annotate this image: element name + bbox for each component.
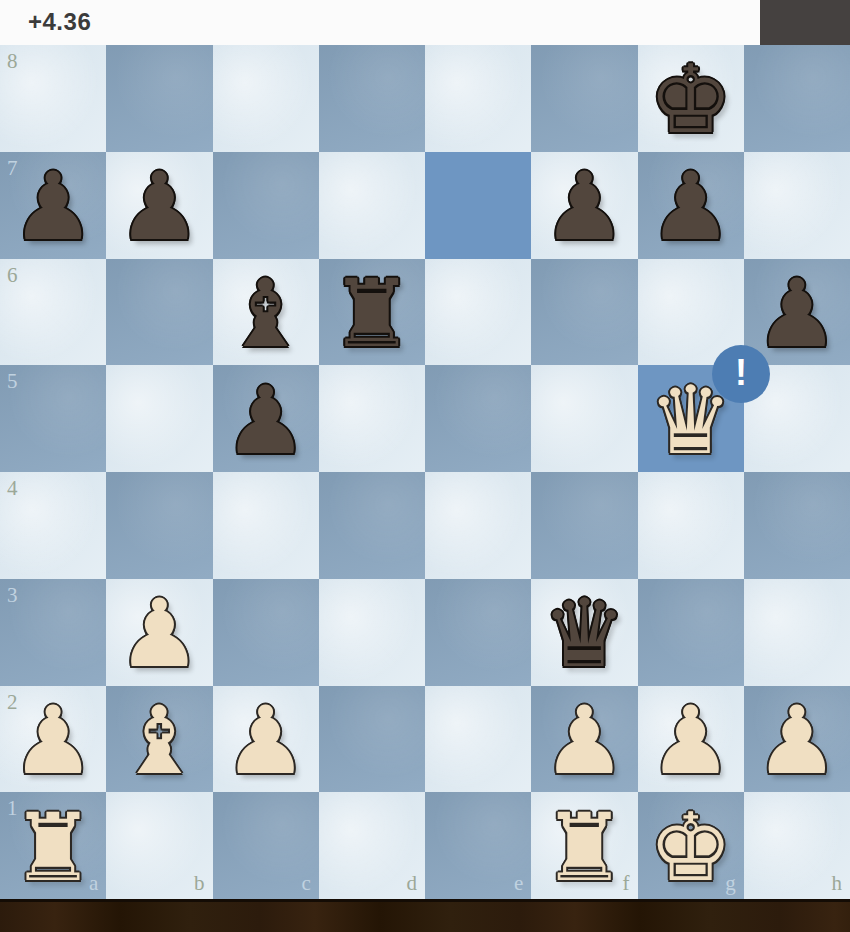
square-e5[interactable] <box>425 365 531 472</box>
eval-score: +4.36 <box>28 7 91 35</box>
rank-label-5: 5 <box>7 371 18 392</box>
square-f8[interactable] <box>531 45 637 152</box>
square-a7[interactable]: 7♟ <box>0 152 106 259</box>
exclamation-icon: ! <box>735 355 747 391</box>
square-h7[interactable] <box>744 152 850 259</box>
black-queen-f3[interactable]: ♛ <box>531 581 637 688</box>
chess-board[interactable]: ! 8♚7♟♟♟♟6♝♜♟5♟♛43♟♛2♟♝♟♟♟♟1a♜bcdef♜g♚h <box>0 45 850 899</box>
square-e6[interactable] <box>425 259 531 366</box>
white-pawn-c2[interactable]: ♟ <box>213 688 319 795</box>
white-rook-f1[interactable]: ♜ <box>531 794 637 901</box>
rank-label-6: 6 <box>7 265 18 286</box>
square-h2[interactable]: ♟ <box>744 686 850 793</box>
square-a5[interactable]: 5 <box>0 365 106 472</box>
white-pawn-g2[interactable]: ♟ <box>638 688 744 795</box>
square-h3[interactable] <box>744 579 850 686</box>
move-annotation-badge: ! <box>712 345 770 403</box>
square-b6[interactable] <box>106 259 212 366</box>
square-a1[interactable]: 1a♜ <box>0 792 106 899</box>
white-rook-a1[interactable]: ♜ <box>0 794 106 901</box>
square-b1[interactable]: b <box>106 792 212 899</box>
square-d5[interactable] <box>319 365 425 472</box>
square-d3[interactable] <box>319 579 425 686</box>
square-f5[interactable] <box>531 365 637 472</box>
square-h6[interactable]: ♟ <box>744 259 850 366</box>
square-c4[interactable] <box>213 472 319 579</box>
square-e8[interactable] <box>425 45 531 152</box>
square-e2[interactable] <box>425 686 531 793</box>
square-b2[interactable]: ♝ <box>106 686 212 793</box>
white-pawn-a2[interactable]: ♟ <box>0 688 106 795</box>
white-pawn-b3[interactable]: ♟ <box>106 581 212 688</box>
square-g8[interactable]: ♚ <box>638 45 744 152</box>
square-h4[interactable] <box>744 472 850 579</box>
rank-label-3: 3 <box>7 585 18 606</box>
table-edge <box>0 899 850 932</box>
square-c2[interactable]: ♟ <box>213 686 319 793</box>
square-c5[interactable]: ♟ <box>213 365 319 472</box>
black-king-g8[interactable]: ♚ <box>638 47 744 154</box>
rank-label-8: 8 <box>7 51 18 72</box>
square-e3[interactable] <box>425 579 531 686</box>
square-a4[interactable]: 4 <box>0 472 106 579</box>
black-rook-d6[interactable]: ♜ <box>319 261 425 368</box>
square-e7[interactable] <box>425 152 531 259</box>
square-d1[interactable]: d <box>319 792 425 899</box>
square-b7[interactable]: ♟ <box>106 152 212 259</box>
square-d8[interactable] <box>319 45 425 152</box>
square-f4[interactable] <box>531 472 637 579</box>
square-g1[interactable]: g♚ <box>638 792 744 899</box>
square-c3[interactable] <box>213 579 319 686</box>
black-pawn-a7[interactable]: ♟ <box>0 154 106 261</box>
file-label-e: e <box>514 873 523 894</box>
black-pawn-b7[interactable]: ♟ <box>106 154 212 261</box>
square-d7[interactable] <box>319 152 425 259</box>
file-label-b: b <box>194 873 205 894</box>
square-b3[interactable]: ♟ <box>106 579 212 686</box>
evaluation-bar: +4.36 <box>0 0 850 45</box>
file-label-h: h <box>832 873 843 894</box>
rank-label-4: 4 <box>7 478 18 499</box>
square-g4[interactable] <box>638 472 744 579</box>
square-h8[interactable] <box>744 45 850 152</box>
square-a8[interactable]: 8 <box>0 45 106 152</box>
square-e1[interactable]: e <box>425 792 531 899</box>
square-d2[interactable] <box>319 686 425 793</box>
top-right-panel <box>760 0 850 45</box>
square-c1[interactable]: c <box>213 792 319 899</box>
square-f2[interactable]: ♟ <box>531 686 637 793</box>
square-f7[interactable]: ♟ <box>531 152 637 259</box>
square-c7[interactable] <box>213 152 319 259</box>
white-pawn-h2[interactable]: ♟ <box>744 688 850 795</box>
black-pawn-c5[interactable]: ♟ <box>213 367 319 474</box>
black-pawn-g7[interactable]: ♟ <box>638 154 744 261</box>
square-e4[interactable] <box>425 472 531 579</box>
square-b5[interactable] <box>106 365 212 472</box>
square-g3[interactable] <box>638 579 744 686</box>
file-label-c: c <box>301 873 310 894</box>
square-d6[interactable]: ♜ <box>319 259 425 366</box>
square-f3[interactable]: ♛ <box>531 579 637 686</box>
white-king-g1[interactable]: ♚ <box>638 794 744 901</box>
square-g2[interactable]: ♟ <box>638 686 744 793</box>
square-h1[interactable]: h <box>744 792 850 899</box>
square-a3[interactable]: 3 <box>0 579 106 686</box>
file-label-d: d <box>407 873 418 894</box>
square-f6[interactable] <box>531 259 637 366</box>
square-b8[interactable] <box>106 45 212 152</box>
square-g7[interactable]: ♟ <box>638 152 744 259</box>
square-a2[interactable]: 2♟ <box>0 686 106 793</box>
white-bishop-b2[interactable]: ♝ <box>106 688 212 795</box>
black-bishop-c6[interactable]: ♝ <box>213 261 319 368</box>
square-f1[interactable]: f♜ <box>531 792 637 899</box>
square-c6[interactable]: ♝ <box>213 259 319 366</box>
square-d4[interactable] <box>319 472 425 579</box>
black-pawn-f7[interactable]: ♟ <box>531 154 637 261</box>
square-c8[interactable] <box>213 45 319 152</box>
square-b4[interactable] <box>106 472 212 579</box>
white-pawn-f2[interactable]: ♟ <box>531 688 637 795</box>
square-a6[interactable]: 6 <box>0 259 106 366</box>
